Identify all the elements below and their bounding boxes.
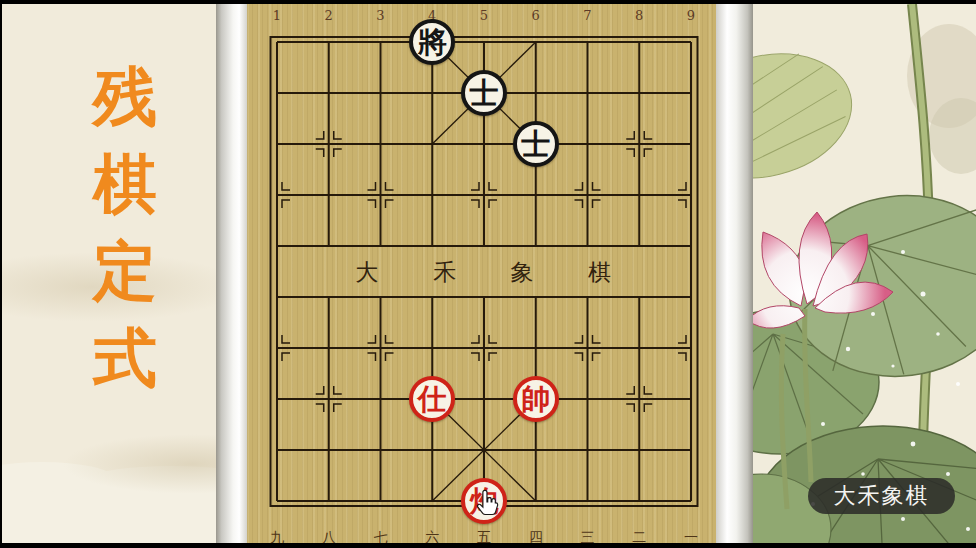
river-char: 棋 — [588, 259, 611, 285]
letterbox-bar — [0, 0, 976, 4]
top-file-label: 2 — [325, 8, 333, 23]
watermark-badge: 大禾象棋 — [808, 478, 955, 514]
piece-red-general[interactable]: 帥 — [513, 376, 559, 422]
top-file-label: 8 — [635, 8, 643, 23]
bottom-file-label: 一 — [684, 529, 698, 543]
top-file-label: 9 — [687, 8, 695, 23]
title-char: 式 — [93, 323, 157, 393]
page-title-vertical: 残 棋 定 式 — [88, 62, 162, 393]
lotus-illustration — [753, 4, 976, 543]
river-char: 禾 — [433, 259, 456, 285]
piece-black-general[interactable]: 將 — [409, 19, 455, 65]
top-file-label: 1 — [273, 8, 281, 23]
bottom-file-label: 三 — [581, 529, 595, 543]
top-file-label: 6 — [532, 8, 540, 23]
title-char: 棋 — [93, 149, 157, 219]
piece-black-advisor-2[interactable]: 士 — [513, 121, 559, 167]
piece-glyph: 士 — [470, 79, 499, 108]
bottom-file-label: 九 — [270, 529, 284, 543]
app-stage: 残 棋 定 式 123456789九八七六五四三二一大禾象棋 將士士仕帥炮 — [0, 0, 976, 548]
bottom-file-label: 七 — [374, 529, 388, 543]
river-char: 象 — [511, 259, 534, 285]
bottom-file-label: 八 — [322, 529, 336, 543]
piece-black-advisor-1[interactable]: 士 — [461, 70, 507, 116]
bottom-file-label: 四 — [529, 529, 543, 543]
river-char: 大 — [356, 259, 379, 285]
right-art-panel: 大禾象棋 — [753, 4, 976, 543]
top-file-label: 3 — [376, 8, 384, 23]
top-file-label: 7 — [583, 8, 591, 23]
letterbox-bar — [0, 0, 2, 548]
hand-pointer-cursor — [476, 489, 502, 519]
piece-glyph: 帥 — [521, 385, 550, 414]
top-file-label: 5 — [480, 8, 488, 23]
piece-glyph: 仕 — [418, 385, 447, 414]
bottom-file-label: 二 — [632, 529, 646, 543]
board-frame-left — [216, 0, 247, 548]
board-frame-right — [716, 0, 753, 548]
bottom-file-label: 五 — [477, 529, 491, 543]
piece-glyph: 士 — [521, 130, 550, 159]
piece-glyph: 將 — [418, 28, 447, 57]
title-char: 定 — [93, 236, 157, 306]
title-char: 残 — [93, 62, 157, 132]
letterbox-bar — [0, 543, 976, 548]
bottom-file-label: 六 — [425, 529, 439, 543]
piece-red-advisor[interactable]: 仕 — [409, 376, 455, 422]
xiangqi-board[interactable]: 123456789九八七六五四三二一大禾象棋 將士士仕帥炮 — [247, 4, 716, 543]
left-title-panel: 残 棋 定 式 — [2, 4, 218, 543]
lotus-leaf-pale — [753, 36, 865, 195]
